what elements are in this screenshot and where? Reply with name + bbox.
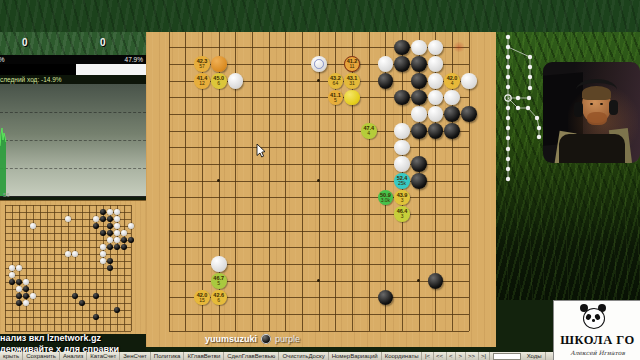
mini-black-stone xyxy=(121,244,127,250)
white-stone xyxy=(444,90,460,106)
mini-white-stone xyxy=(16,286,22,292)
black-stone xyxy=(461,106,477,122)
mini-black-stone xyxy=(79,300,85,306)
tree-node[interactable] xyxy=(506,106,510,110)
mini-black-stone xyxy=(107,223,113,229)
black-stone xyxy=(394,90,410,106)
black-stone xyxy=(428,123,444,139)
mini-black-stone xyxy=(100,209,106,215)
moves-button[interactable]: Ходы xyxy=(524,352,546,360)
logo-title: ШКОЛА ГО xyxy=(554,333,640,348)
school-logo: ШКОЛА ГО Алексей Игнатов xyxy=(553,300,640,360)
move-candidate[interactable]: 42.015 xyxy=(194,290,210,306)
webcam-person-beard xyxy=(587,112,607,125)
bottom-toolbar: крытьСохранитьАнализКатаСчетЗенСчетПолит… xyxy=(0,352,640,360)
captures-row: 0 0 xyxy=(0,32,146,55)
last-move-delta-text: следний ход: -14.9% xyxy=(0,76,62,83)
mini-black-stone xyxy=(93,293,99,299)
tree-node[interactable] xyxy=(526,106,530,110)
mini-black-stone xyxy=(121,237,127,243)
toolbar-item[interactable]: ОчиститьДоску xyxy=(279,352,328,360)
move-candidate[interactable]: 41.211 xyxy=(344,56,360,72)
white-stone xyxy=(461,73,477,89)
tree-node[interactable] xyxy=(528,75,532,79)
logo-subtitle: Алексей Игнатов xyxy=(554,349,640,356)
white-stone xyxy=(311,56,327,72)
star-point xyxy=(217,179,220,182)
move-candidate[interactable]: 43.131 xyxy=(344,73,360,89)
star-point xyxy=(317,79,320,82)
star-point xyxy=(317,179,320,182)
tree-node[interactable] xyxy=(506,136,510,140)
black-stone xyxy=(394,56,410,72)
black-stone xyxy=(411,173,427,189)
toolbar-item[interactable]: Сохранить xyxy=(23,352,60,360)
white-stone xyxy=(428,73,444,89)
tree-node[interactable] xyxy=(506,65,510,69)
move-candidate[interactable]: 43.93 xyxy=(394,190,410,206)
mini-white-stone xyxy=(9,272,15,278)
top-banner xyxy=(0,0,640,32)
white-winrate-label: 47.9% xyxy=(125,56,143,63)
captures-black-count: 0 xyxy=(22,37,28,48)
mini-white-stone xyxy=(100,251,106,257)
black-stone xyxy=(411,73,427,89)
yellow-stone xyxy=(344,90,360,106)
nav-button[interactable]: < xyxy=(447,352,457,360)
mini-white-stone xyxy=(114,209,120,215)
webcam-video xyxy=(543,62,640,163)
tree-node[interactable] xyxy=(528,65,532,69)
nav-button[interactable]: >| xyxy=(479,352,490,360)
black-stone xyxy=(444,106,460,122)
white-stone xyxy=(428,56,444,72)
mini-grid-line xyxy=(103,205,104,331)
mini-black-stone xyxy=(107,258,113,264)
mini-white-stone xyxy=(30,223,36,229)
go-board[interactable]: 42.35741.41245.0641.21143.26443.13141.15… xyxy=(146,31,496,347)
black-winrate-label: 52.1% xyxy=(0,56,4,63)
player-names-bar: yuumsuzuki purple xyxy=(205,334,300,344)
nav-button[interactable]: |< xyxy=(422,352,433,360)
tree-node[interactable] xyxy=(506,55,510,59)
mini-white-stone xyxy=(23,300,29,306)
nav-button[interactable]: > xyxy=(456,352,466,360)
mini-black-stone xyxy=(107,230,113,236)
board-texture-mark xyxy=(452,42,466,52)
black-stone-icon xyxy=(261,334,271,344)
webcam-person-eye xyxy=(600,103,603,105)
mini-grid-line xyxy=(5,317,131,318)
webcam-person-eye xyxy=(590,103,593,105)
mini-white-stone xyxy=(9,265,15,271)
tree-node[interactable] xyxy=(537,126,541,130)
mini-black-stone xyxy=(9,279,15,285)
game-tree[interactable] xyxy=(498,33,548,185)
tree-node[interactable] xyxy=(506,45,510,49)
tree-node[interactable] xyxy=(537,135,541,139)
nav-button[interactable]: >> xyxy=(466,352,479,360)
black-stone xyxy=(411,56,427,72)
white-stone xyxy=(428,40,444,56)
tree-node[interactable] xyxy=(527,96,531,100)
panda-icon xyxy=(580,304,606,330)
mini-black-stone xyxy=(114,307,120,313)
white-stone xyxy=(211,256,227,272)
mini-black-stone xyxy=(93,223,99,229)
mini-white-stone xyxy=(65,251,71,257)
white-stone xyxy=(228,73,244,89)
winrate-bar xyxy=(0,64,146,75)
winrate-curve xyxy=(0,84,146,196)
tree-node[interactable] xyxy=(535,116,539,120)
mini-white-stone xyxy=(100,258,106,264)
toolbar-item[interactable]: КатаСчет xyxy=(87,352,120,360)
tree-node[interactable] xyxy=(506,75,510,79)
black-stone xyxy=(444,123,460,139)
webcam-person-body xyxy=(559,134,625,163)
toolbar-item[interactable]: КГлавВетви xyxy=(184,352,224,360)
last-move-marker xyxy=(314,59,324,69)
mini-white-stone xyxy=(121,230,127,236)
mini-grid-line xyxy=(5,331,131,332)
tree-node[interactable] xyxy=(506,35,510,39)
black-stone xyxy=(378,290,394,306)
black-stone xyxy=(411,123,427,139)
move-candidate[interactable]: 47.44 xyxy=(361,123,377,139)
move-number-label: 56 xyxy=(3,192,10,198)
move-candidate[interactable]: 42.357 xyxy=(194,56,210,72)
grid-line xyxy=(169,314,469,315)
mini-white-stone xyxy=(16,265,22,271)
toolbar-item[interactable]: ЗенСчет xyxy=(120,352,151,360)
move-candidate[interactable]: 41.412 xyxy=(194,73,210,89)
mini-grid-line xyxy=(5,310,131,311)
grid-line xyxy=(169,214,469,215)
app-screen: 0 0 52.1% 47.9% следний ход: -14.9% 56 4… xyxy=(0,0,640,360)
headphones-cup-icon xyxy=(609,100,618,115)
white-stone xyxy=(411,40,427,56)
tree-node[interactable] xyxy=(506,116,510,120)
move-number-input[interactable] xyxy=(493,353,521,360)
mini-black-stone xyxy=(16,279,22,285)
black-stone xyxy=(394,40,410,56)
star-point xyxy=(317,279,320,282)
move-candidate[interactable]: 50.93.0k xyxy=(378,190,394,206)
mini-black-stone xyxy=(128,237,134,243)
toolbar-item[interactable]: Координаты xyxy=(382,352,423,360)
black-player-name: purple xyxy=(275,334,300,344)
tree-node[interactable] xyxy=(528,86,532,90)
mini-grid-line xyxy=(82,205,83,331)
tree-node[interactable] xyxy=(516,96,520,100)
grid-line xyxy=(169,247,469,248)
move-candidate[interactable]: 42.04 xyxy=(444,73,460,89)
mini-black-stone xyxy=(100,230,106,236)
mini-black-stone xyxy=(107,265,113,271)
tree-node[interactable] xyxy=(506,177,510,181)
mini-grid-line xyxy=(5,275,131,276)
mini-white-stone xyxy=(100,244,106,250)
nav-button[interactable]: << xyxy=(434,352,447,360)
move-candidate[interactable]: 41.15 xyxy=(328,90,344,106)
mouse-cursor xyxy=(256,144,266,158)
analysis-side-panel: 0 0 52.1% 47.9% следний ход: -14.9% 56 xyxy=(0,32,146,360)
move-candidate[interactable]: 42.66 xyxy=(211,290,227,306)
toolbar-item[interactable]: НомерВариаций xyxy=(329,352,382,360)
toolbar-item[interactable]: крыть xyxy=(0,352,23,360)
orange-stone xyxy=(211,56,227,72)
mini-white-stone xyxy=(93,216,99,222)
move-candidate[interactable]: 52.425k xyxy=(394,173,410,189)
variation-mini-board xyxy=(0,200,146,334)
mini-white-stone xyxy=(114,223,120,229)
mini-black-stone xyxy=(16,300,22,306)
move-candidate[interactable]: 46.43 xyxy=(394,206,410,222)
mini-black-stone xyxy=(72,293,78,299)
mini-white-stone xyxy=(114,230,120,236)
mini-grid-line xyxy=(5,324,131,325)
black-stone xyxy=(428,273,444,289)
white-stone xyxy=(378,56,394,72)
last-move-row: следний ход: -14.9% xyxy=(0,75,146,84)
white-stone xyxy=(428,106,444,122)
tree-node[interactable] xyxy=(506,157,510,161)
star-point xyxy=(417,279,420,282)
mini-white-stone xyxy=(65,216,71,222)
move-candidate[interactable]: 46.75 xyxy=(211,273,227,289)
mini-white-stone xyxy=(23,279,29,285)
tree-node[interactable] xyxy=(528,55,532,59)
grid-line xyxy=(169,197,469,198)
mini-white-stone xyxy=(128,223,134,229)
black-stone xyxy=(411,156,427,172)
toolbar-item[interactable]: Анализ xyxy=(60,352,87,360)
mini-black-stone xyxy=(23,286,29,292)
white-player-name: yuumsuzuki xyxy=(205,334,257,344)
mini-white-stone xyxy=(72,251,78,257)
black-stone xyxy=(378,73,394,89)
mini-white-stone xyxy=(114,216,120,222)
mini-grid-line xyxy=(75,205,76,331)
mini-grid-line xyxy=(89,205,90,331)
mini-black-stone xyxy=(107,244,113,250)
white-stone xyxy=(428,90,444,106)
mini-black-stone xyxy=(16,293,22,299)
winrate-graph[interactable] xyxy=(0,84,146,197)
headphones-band-icon xyxy=(576,79,617,101)
white-stone xyxy=(394,156,410,172)
tree-node[interactable] xyxy=(506,85,510,89)
captures-white-count: 0 xyxy=(100,37,106,48)
toolbar-item[interactable]: СделГлавВетвью xyxy=(224,352,279,360)
grid-line xyxy=(169,331,469,332)
headphones-cup-icon xyxy=(574,102,583,117)
mini-grid-line xyxy=(124,205,125,331)
move-candidate[interactable]: 43.264 xyxy=(328,73,344,89)
tree-node[interactable] xyxy=(516,106,520,110)
mini-white-stone xyxy=(114,237,120,243)
black-stone xyxy=(411,90,427,106)
white-stone xyxy=(394,140,410,156)
grid-line xyxy=(369,31,370,331)
winrate-bar-white-segment xyxy=(76,64,146,75)
mini-black-stone xyxy=(23,293,29,299)
analysis-status-text: нализ вкл lznetwork.gz xyxy=(0,333,101,343)
mini-black-stone xyxy=(100,216,106,222)
grid-line xyxy=(169,231,469,232)
move-candidate[interactable]: 45.06 xyxy=(211,73,227,89)
toolbar-item[interactable]: Политика xyxy=(151,352,185,360)
white-stone xyxy=(411,106,427,122)
tree-node[interactable] xyxy=(506,167,510,171)
mini-black-stone xyxy=(107,216,113,222)
tree-node[interactable] xyxy=(506,126,510,130)
mini-black-stone xyxy=(114,244,120,250)
mini-black-stone xyxy=(93,314,99,320)
mini-white-stone xyxy=(30,293,36,299)
mini-white-stone xyxy=(107,237,113,243)
tree-node[interactable] xyxy=(506,147,510,151)
mini-white-stone xyxy=(107,209,113,215)
white-stone xyxy=(394,123,410,139)
winrate-labels: 52.1% 47.9% xyxy=(0,55,146,64)
